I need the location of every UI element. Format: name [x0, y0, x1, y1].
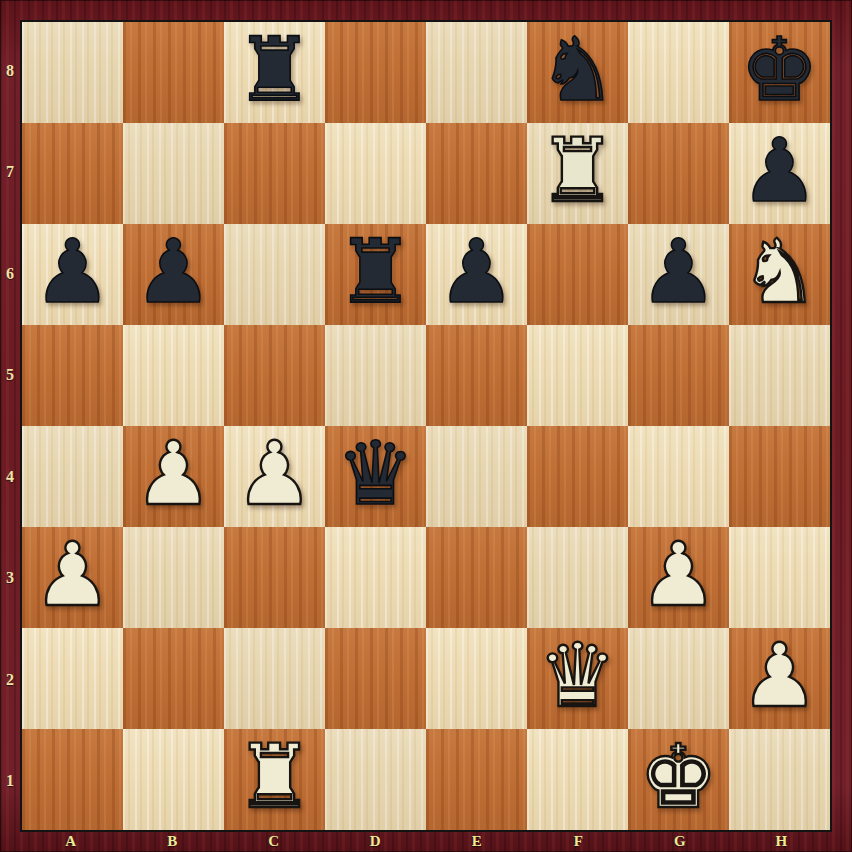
piece-black-rook[interactable]: ♜ — [235, 26, 314, 114]
square-h1[interactable] — [729, 729, 830, 830]
square-f8[interactable]: ♞ — [527, 22, 628, 123]
square-b2[interactable] — [123, 628, 224, 729]
square-c7[interactable] — [224, 123, 325, 224]
rank-label-6: 6 — [0, 265, 20, 283]
rank-label-5: 5 — [0, 366, 20, 384]
square-b5[interactable] — [123, 325, 224, 426]
square-c1[interactable]: ♜ — [224, 729, 325, 830]
square-c5[interactable] — [224, 325, 325, 426]
square-c3[interactable] — [224, 527, 325, 628]
rank-label-3: 3 — [0, 569, 20, 587]
square-h8[interactable]: ♚ — [729, 22, 830, 123]
square-a7[interactable] — [22, 123, 123, 224]
square-e8[interactable] — [426, 22, 527, 123]
square-b4[interactable]: ♟ — [123, 426, 224, 527]
square-d4[interactable]: ♛ — [325, 426, 426, 527]
square-f3[interactable] — [527, 527, 628, 628]
file-label-d: D — [325, 833, 427, 852]
chess-board: ♜♞♚♜♟♟♟♜♟♟♞♟♟♛♟♟♛♟♜♚ — [20, 20, 832, 832]
piece-white-rook[interactable]: ♜ — [538, 127, 617, 215]
square-h4[interactable] — [729, 426, 830, 527]
square-f5[interactable] — [527, 325, 628, 426]
square-b6[interactable]: ♟ — [123, 224, 224, 325]
square-a6[interactable]: ♟ — [22, 224, 123, 325]
piece-white-king[interactable]: ♚ — [639, 733, 718, 821]
rank-label-7: 7 — [0, 163, 20, 181]
piece-white-pawn[interactable]: ♟ — [235, 430, 314, 518]
square-h7[interactable]: ♟ — [729, 123, 830, 224]
rank-label-8: 8 — [0, 62, 20, 80]
square-b1[interactable] — [123, 729, 224, 830]
piece-white-pawn[interactable]: ♟ — [740, 632, 819, 720]
square-e2[interactable] — [426, 628, 527, 729]
square-f1[interactable] — [527, 729, 628, 830]
chess-board-frame: ♜♞♚♜♟♟♟♜♟♟♞♟♟♛♟♟♛♟♜♚ 87654321ABCDEFGH — [0, 0, 852, 852]
piece-black-queen[interactable]: ♛ — [336, 430, 415, 518]
square-g6[interactable]: ♟ — [628, 224, 729, 325]
square-g7[interactable] — [628, 123, 729, 224]
piece-white-pawn[interactable]: ♟ — [33, 531, 112, 619]
square-c2[interactable] — [224, 628, 325, 729]
piece-white-knight[interactable]: ♞ — [740, 228, 819, 316]
square-h5[interactable] — [729, 325, 830, 426]
square-c6[interactable] — [224, 224, 325, 325]
piece-black-pawn[interactable]: ♟ — [134, 228, 213, 316]
file-label-b: B — [122, 833, 224, 852]
file-label-e: E — [426, 833, 528, 852]
square-e7[interactable] — [426, 123, 527, 224]
square-d8[interactable] — [325, 22, 426, 123]
rank-label-2: 2 — [0, 671, 20, 689]
piece-black-rook[interactable]: ♜ — [336, 228, 415, 316]
square-d5[interactable] — [325, 325, 426, 426]
square-f6[interactable] — [527, 224, 628, 325]
piece-white-queen[interactable]: ♛ — [538, 632, 617, 720]
file-label-g: G — [629, 833, 731, 852]
square-a1[interactable] — [22, 729, 123, 830]
square-e4[interactable] — [426, 426, 527, 527]
square-d7[interactable] — [325, 123, 426, 224]
piece-black-king[interactable]: ♚ — [740, 26, 819, 114]
piece-white-pawn[interactable]: ♟ — [639, 531, 718, 619]
file-label-a: A — [20, 833, 122, 852]
file-label-c: C — [223, 833, 325, 852]
piece-black-pawn[interactable]: ♟ — [437, 228, 516, 316]
square-h2[interactable]: ♟ — [729, 628, 830, 729]
rank-label-1: 1 — [0, 772, 20, 790]
square-g4[interactable] — [628, 426, 729, 527]
square-h6[interactable]: ♞ — [729, 224, 830, 325]
piece-black-pawn[interactable]: ♟ — [33, 228, 112, 316]
piece-black-pawn[interactable]: ♟ — [639, 228, 718, 316]
square-f2[interactable]: ♛ — [527, 628, 628, 729]
file-label-h: H — [731, 833, 833, 852]
square-a3[interactable]: ♟ — [22, 527, 123, 628]
square-a8[interactable] — [22, 22, 123, 123]
square-a4[interactable] — [22, 426, 123, 527]
square-b7[interactable] — [123, 123, 224, 224]
square-a5[interactable] — [22, 325, 123, 426]
file-label-f: F — [528, 833, 630, 852]
square-g8[interactable] — [628, 22, 729, 123]
square-e5[interactable] — [426, 325, 527, 426]
square-c8[interactable]: ♜ — [224, 22, 325, 123]
square-h3[interactable] — [729, 527, 830, 628]
square-g5[interactable] — [628, 325, 729, 426]
square-f7[interactable]: ♜ — [527, 123, 628, 224]
square-d1[interactable] — [325, 729, 426, 830]
square-e6[interactable]: ♟ — [426, 224, 527, 325]
square-d3[interactable] — [325, 527, 426, 628]
piece-black-pawn[interactable]: ♟ — [740, 127, 819, 215]
square-c4[interactable]: ♟ — [224, 426, 325, 527]
square-e3[interactable] — [426, 527, 527, 628]
square-b8[interactable] — [123, 22, 224, 123]
square-d2[interactable] — [325, 628, 426, 729]
square-g2[interactable] — [628, 628, 729, 729]
square-g1[interactable]: ♚ — [628, 729, 729, 830]
piece-white-pawn[interactable]: ♟ — [134, 430, 213, 518]
square-f4[interactable] — [527, 426, 628, 527]
piece-white-rook[interactable]: ♜ — [235, 733, 314, 821]
square-e1[interactable] — [426, 729, 527, 830]
square-d6[interactable]: ♜ — [325, 224, 426, 325]
piece-black-knight[interactable]: ♞ — [538, 26, 617, 114]
rank-label-4: 4 — [0, 468, 20, 486]
square-b3[interactable] — [123, 527, 224, 628]
square-g3[interactable]: ♟ — [628, 527, 729, 628]
square-a2[interactable] — [22, 628, 123, 729]
